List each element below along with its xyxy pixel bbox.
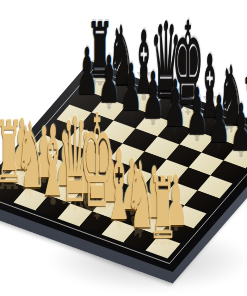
chess-set-photo: ♜♜♞♞♝♝♛♛♚♚♝♝♞♞♜♜♟♟♟♟♟♟♟♟♟♟♟♟♟♟♟♟♟♟♟♟♟♟♟♟… [0,0,247,296]
piece-black-pawn-e7: ♟ [164,72,186,137]
piece-black-pawn-h7: ♟ [230,96,247,161]
pieces-layer: ♜♜♞♞♝♝♛♛♚♚♝♝♞♞♜♜♟♟♟♟♟♟♟♟♟♟♟♟♟♟♟♟♟♟♟♟♟♟♟♟… [0,0,247,296]
piece-black-pawn-g7: ♟ [208,88,230,153]
piece-white-rook-h1: ♜ [148,165,177,251]
piece-black-pawn-f7: ♟ [186,80,208,145]
piece-black-pawn-d7: ♟ [142,64,164,129]
piece-black-pawn-c7: ♟ [120,56,142,121]
